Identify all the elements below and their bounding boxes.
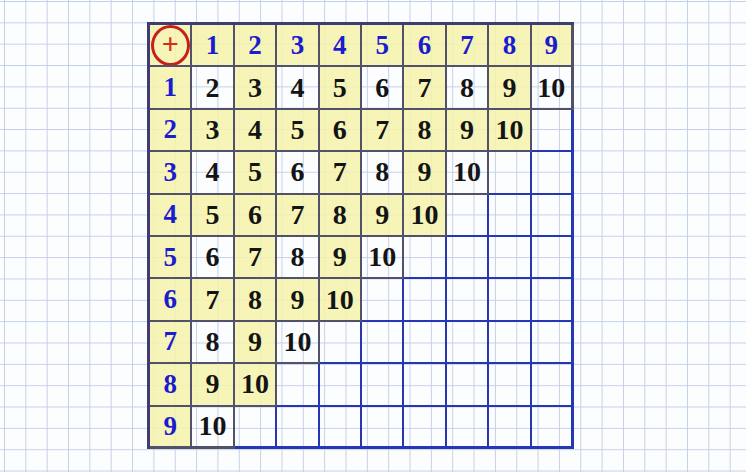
empty-cell-r6c6 [404, 279, 446, 321]
sum-cell-r3c1: 4 [192, 152, 234, 194]
sum-cell-r3c3: 6 [277, 152, 319, 194]
plus-operator-cell: + [150, 25, 192, 67]
col-header-4: 4 [320, 25, 362, 67]
sum-cell-r6c2: 8 [235, 279, 277, 321]
empty-cell-r7c6 [404, 322, 446, 364]
sum-cell-r1c2: 3 [235, 67, 277, 109]
sum-cell-r3c5: 8 [362, 152, 404, 194]
sum-cell-r2c1: 3 [192, 110, 234, 152]
sum-cell-r5c1: 6 [192, 237, 234, 279]
empty-cell-r7c5 [362, 322, 404, 364]
sum-cell-r7c2: 9 [235, 322, 277, 364]
sum-cell-r1c3: 4 [277, 67, 319, 109]
sum-cell-r4c6: 10 [404, 195, 446, 237]
sum-cell-r4c1: 5 [192, 195, 234, 237]
plus-in-circle-icon: + [151, 25, 190, 66]
sum-cell-r3c6: 9 [404, 152, 446, 194]
sum-cell-r8c2: 10 [235, 364, 277, 406]
empty-cell-r3c9 [532, 152, 574, 194]
col-header-6: 6 [404, 25, 446, 67]
empty-cell-r9c7 [447, 407, 489, 449]
sum-cell-r5c2: 7 [235, 237, 277, 279]
empty-cell-r6c5 [362, 279, 404, 321]
sum-cell-r2c7: 9 [447, 110, 489, 152]
empty-cell-r9c8 [489, 407, 531, 449]
sum-cell-r5c3: 8 [277, 237, 319, 279]
col-header-5: 5 [362, 25, 404, 67]
empty-cell-r6c9 [532, 279, 574, 321]
empty-cell-r8c6 [404, 364, 446, 406]
sum-cell-r1c8: 9 [489, 67, 531, 109]
row-header-3: 3 [150, 152, 192, 194]
squared-paper-background: +123456789123456789102345678910345678910… [0, 0, 746, 472]
empty-cell-r7c8 [489, 322, 531, 364]
row-header-4: 4 [150, 195, 192, 237]
col-header-1: 1 [192, 25, 234, 67]
sum-cell-r2c8: 10 [489, 110, 531, 152]
sum-cell-r7c1: 8 [192, 322, 234, 364]
empty-cell-r6c7 [447, 279, 489, 321]
sum-cell-r1c9: 10 [532, 67, 574, 109]
sum-cell-r6c3: 9 [277, 279, 319, 321]
sum-cell-r4c2: 6 [235, 195, 277, 237]
sum-cell-r8c1: 9 [192, 364, 234, 406]
sum-cell-r9c1: 10 [192, 407, 234, 449]
sum-cell-r2c3: 5 [277, 110, 319, 152]
sum-cell-r2c6: 8 [404, 110, 446, 152]
empty-cell-r8c3 [277, 364, 319, 406]
row-header-7: 7 [150, 322, 192, 364]
sum-cell-r1c6: 7 [404, 67, 446, 109]
sum-cell-r1c4: 5 [320, 67, 362, 109]
empty-cell-r9c4 [320, 407, 362, 449]
empty-cell-r8c9 [532, 364, 574, 406]
sum-cell-r4c5: 9 [362, 195, 404, 237]
row-header-8: 8 [150, 364, 192, 406]
sum-cell-r1c1: 2 [192, 67, 234, 109]
sum-cell-r6c1: 7 [192, 279, 234, 321]
sum-cell-r5c4: 9 [320, 237, 362, 279]
col-header-9: 9 [532, 25, 574, 67]
sum-cell-r1c5: 6 [362, 67, 404, 109]
col-header-8: 8 [489, 25, 531, 67]
empty-cell-r3c8 [489, 152, 531, 194]
empty-cell-r5c8 [489, 237, 531, 279]
empty-cell-r2c9 [532, 110, 574, 152]
empty-cell-r7c7 [447, 322, 489, 364]
empty-cell-r8c4 [320, 364, 362, 406]
empty-cell-r8c7 [447, 364, 489, 406]
empty-cell-r7c9 [532, 322, 574, 364]
col-header-2: 2 [235, 25, 277, 67]
empty-cell-r5c9 [532, 237, 574, 279]
empty-cell-r8c5 [362, 364, 404, 406]
sum-cell-r6c4: 10 [320, 279, 362, 321]
empty-cell-r4c9 [532, 195, 574, 237]
empty-cell-r8c8 [489, 364, 531, 406]
row-header-2: 2 [150, 110, 192, 152]
sum-cell-r3c4: 7 [320, 152, 362, 194]
empty-cell-r9c3 [277, 407, 319, 449]
empty-cell-r6c8 [489, 279, 531, 321]
sum-cell-r4c4: 8 [320, 195, 362, 237]
col-header-3: 3 [277, 25, 319, 67]
sum-cell-r2c4: 6 [320, 110, 362, 152]
sum-cell-r3c7: 10 [447, 152, 489, 194]
empty-cell-r5c6 [404, 237, 446, 279]
empty-cell-r9c2 [235, 407, 277, 449]
empty-cell-r5c7 [447, 237, 489, 279]
sum-cell-r7c3: 10 [277, 322, 319, 364]
sum-cell-r2c2: 4 [235, 110, 277, 152]
row-header-9: 9 [150, 407, 192, 449]
row-header-1: 1 [150, 67, 192, 109]
sum-cell-r2c5: 7 [362, 110, 404, 152]
sum-cell-r3c2: 5 [235, 152, 277, 194]
empty-cell-r7c4 [320, 322, 362, 364]
addition-table: +123456789123456789102345678910345678910… [147, 22, 574, 449]
row-header-5: 5 [150, 237, 192, 279]
empty-cell-r4c7 [447, 195, 489, 237]
col-header-7: 7 [447, 25, 489, 67]
row-header-6: 6 [150, 279, 192, 321]
empty-cell-r9c9 [532, 407, 574, 449]
sum-cell-r1c7: 8 [447, 67, 489, 109]
empty-cell-r9c6 [404, 407, 446, 449]
sum-cell-r4c3: 7 [277, 195, 319, 237]
empty-cell-r9c5 [362, 407, 404, 449]
empty-cell-r4c8 [489, 195, 531, 237]
sum-cell-r5c5: 10 [362, 237, 404, 279]
